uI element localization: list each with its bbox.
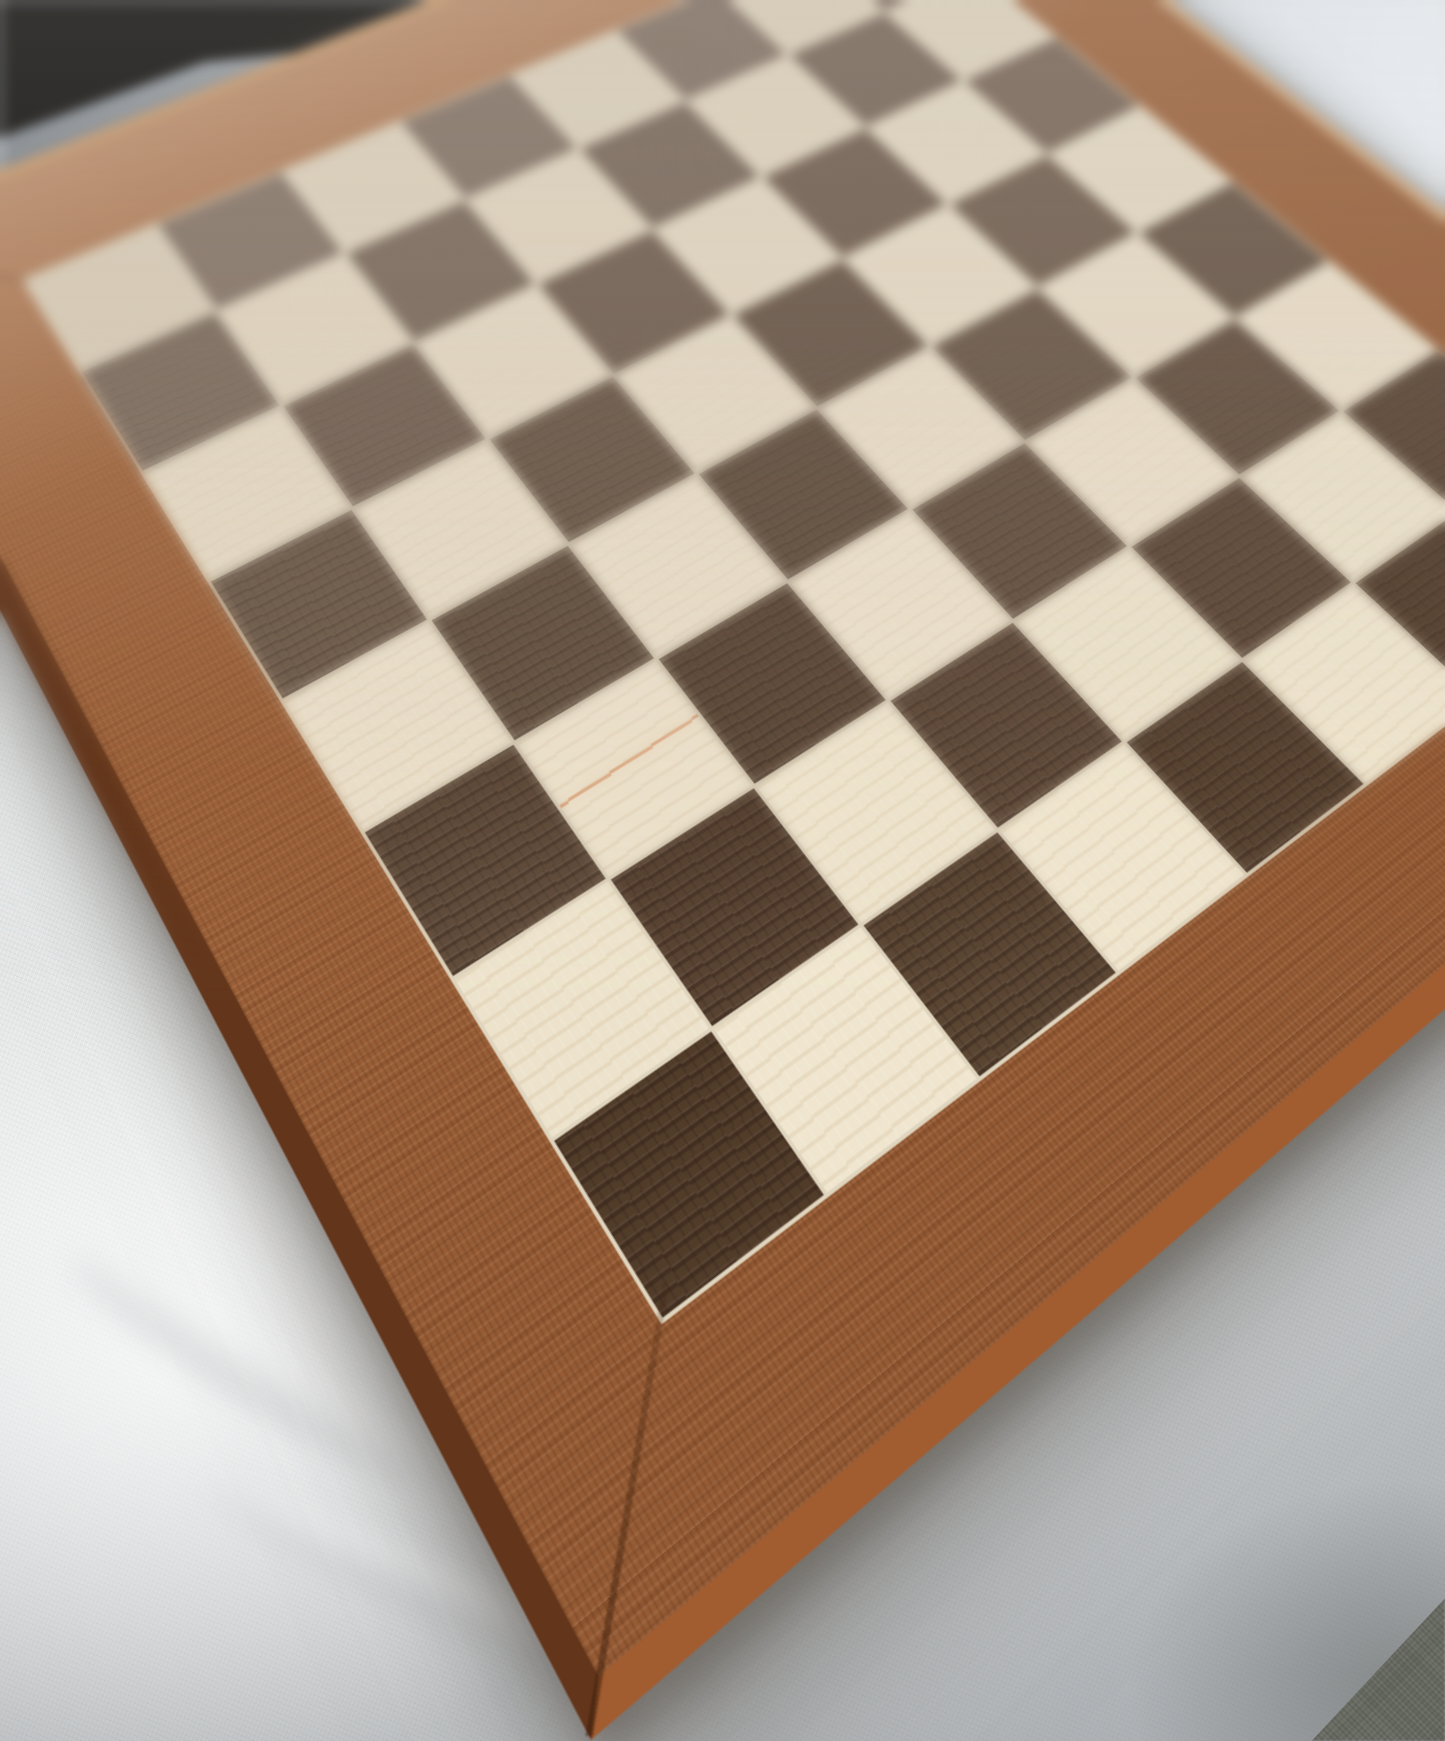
carpet-corner <box>1215 1531 1445 1741</box>
board-squares <box>22 0 1445 1324</box>
chess-board <box>0 0 1445 1740</box>
frame-mitre-seam <box>585 1283 669 1737</box>
photo-scene <box>0 0 1445 1741</box>
